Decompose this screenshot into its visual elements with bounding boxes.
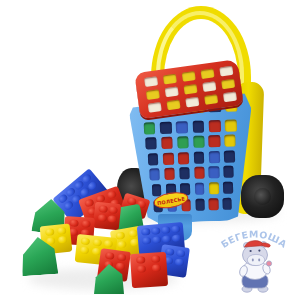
block-stud bbox=[150, 227, 160, 235]
basket-hole bbox=[143, 122, 155, 134]
lid-hole bbox=[221, 79, 235, 90]
block-stud bbox=[81, 237, 91, 245]
lid-hole bbox=[219, 66, 233, 77]
basket-hole bbox=[194, 183, 204, 195]
basket-hole bbox=[147, 153, 158, 165]
basket-hole bbox=[209, 151, 220, 163]
lid-hole bbox=[144, 76, 158, 87]
basket-hole bbox=[208, 120, 220, 132]
block-stud bbox=[56, 226, 66, 234]
lid-hole bbox=[185, 97, 199, 108]
block-stud bbox=[108, 206, 118, 214]
basket-hole bbox=[194, 167, 205, 179]
basket-hole bbox=[209, 135, 221, 147]
lid-hole bbox=[202, 81, 216, 92]
block-stud bbox=[170, 225, 180, 233]
basket-hole bbox=[192, 120, 204, 132]
block-stud bbox=[81, 220, 90, 228]
block-stud bbox=[140, 227, 150, 235]
basket-hole bbox=[225, 119, 237, 131]
block-stud bbox=[176, 249, 186, 258]
lid-hole bbox=[165, 87, 179, 98]
lid-hole bbox=[148, 102, 162, 113]
wheel-hub bbox=[254, 188, 271, 205]
block-stud bbox=[160, 226, 170, 234]
basket-hole bbox=[160, 121, 172, 133]
block-stud bbox=[116, 253, 126, 262]
basket-hole bbox=[195, 198, 205, 210]
block-stud bbox=[92, 238, 102, 246]
lid-hole bbox=[166, 99, 180, 110]
block-stud bbox=[106, 190, 117, 200]
block-stud bbox=[137, 265, 146, 273]
watermark: БЕГЕМОША bbox=[214, 215, 294, 295]
basket-hole bbox=[176, 121, 188, 133]
basket-hole bbox=[164, 168, 175, 180]
red-brick bbox=[130, 252, 168, 288]
block-stud bbox=[141, 237, 151, 245]
lid-hole bbox=[223, 92, 237, 103]
block-stud bbox=[151, 255, 160, 263]
lid-hole bbox=[183, 84, 197, 95]
lid-hole bbox=[163, 74, 177, 85]
hippo-mascot-icon bbox=[238, 241, 271, 293]
basket-hole bbox=[193, 151, 204, 163]
basket-hole bbox=[223, 197, 233, 209]
block-stud bbox=[171, 234, 181, 242]
block-stud bbox=[115, 262, 125, 271]
basket-hole bbox=[209, 198, 219, 210]
basket-hole bbox=[223, 166, 234, 178]
basket-hole bbox=[179, 167, 190, 179]
basket-hole bbox=[224, 150, 235, 162]
block-stud bbox=[107, 215, 117, 223]
lid-hole bbox=[204, 94, 218, 105]
block-stud bbox=[117, 240, 127, 249]
block-stud bbox=[98, 205, 108, 213]
lid-hole bbox=[182, 71, 196, 82]
block-stud bbox=[80, 246, 90, 254]
basket-hole bbox=[149, 169, 160, 181]
basket-hole bbox=[178, 152, 189, 164]
product-photo: ПОЛЕСЬЕ БЕГЕМОША bbox=[0, 0, 295, 295]
basket-hole bbox=[145, 137, 157, 149]
block-stud bbox=[165, 247, 175, 256]
lid-hole bbox=[146, 89, 160, 100]
block-stud bbox=[152, 264, 161, 272]
basket-hole bbox=[209, 182, 219, 194]
block-stud bbox=[161, 235, 171, 243]
lid-hole bbox=[200, 68, 214, 79]
brand-label-text: ПОЛЕСЬЕ bbox=[156, 195, 185, 206]
block-stud bbox=[151, 236, 161, 244]
block-stud bbox=[174, 258, 184, 267]
red-brick bbox=[93, 202, 122, 231]
basket-hole bbox=[193, 136, 205, 148]
trolley-right-wheel bbox=[241, 175, 284, 218]
block-stud bbox=[69, 219, 78, 227]
block-stud bbox=[44, 228, 54, 236]
basket-hole bbox=[224, 135, 236, 147]
basket-hole bbox=[177, 136, 189, 148]
block-stud bbox=[97, 214, 107, 222]
basket-hole bbox=[161, 137, 173, 149]
basket-hole bbox=[163, 152, 174, 164]
basket-hole bbox=[223, 182, 233, 194]
block-stud bbox=[103, 239, 113, 247]
block-stud bbox=[104, 251, 114, 260]
basket-hole bbox=[209, 166, 220, 178]
block-stud bbox=[136, 256, 145, 264]
block-stud bbox=[83, 198, 94, 208]
block-stud bbox=[57, 236, 67, 244]
